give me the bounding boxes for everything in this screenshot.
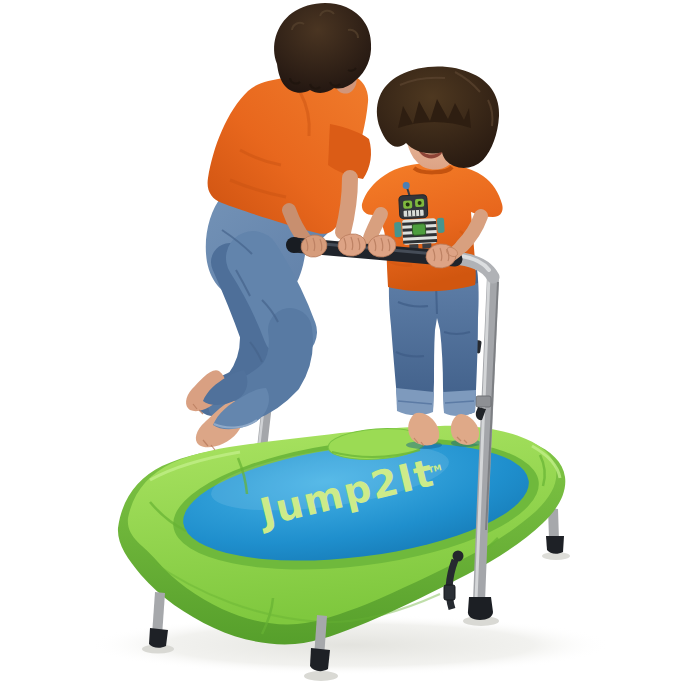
trampoline-leg-foot <box>149 628 168 648</box>
pole-floor-foot <box>468 597 493 620</box>
robot-arm-right <box>437 218 445 233</box>
product-photo-illustration: Jump2It TM <box>0 0 700 700</box>
robot-mouth <box>403 210 423 217</box>
older-boy-hair <box>274 3 371 93</box>
height-adjust-collar <box>476 396 491 407</box>
robot-arm-left <box>394 222 402 237</box>
robot-chest-panel <box>412 224 426 236</box>
leg-foot-shadow <box>304 671 338 681</box>
older-boy <box>186 3 371 450</box>
trampoline-leg-foot <box>546 536 564 554</box>
strap-buckle <box>444 585 455 600</box>
photo-canvas: Jump2It TM <box>0 0 700 700</box>
younger-boy-jeans <box>389 270 479 416</box>
handlebar-end-cap <box>286 237 302 253</box>
older-boy-near-arm <box>343 178 350 232</box>
younger-boy-right-forearm <box>370 214 381 238</box>
trampoline-leg-foot <box>310 648 330 671</box>
